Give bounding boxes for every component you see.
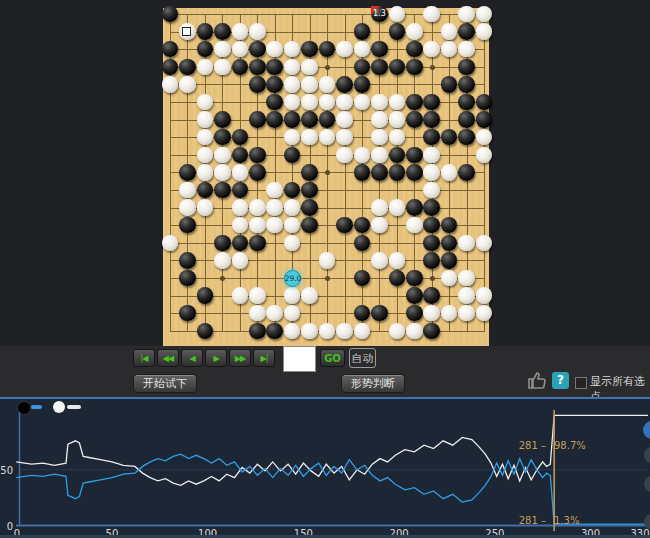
stone-white	[458, 270, 475, 287]
stone-white	[179, 199, 196, 216]
stone-black	[354, 164, 371, 181]
stone-white	[266, 305, 283, 322]
stone-black	[214, 235, 231, 252]
stone-white	[197, 164, 214, 181]
stone-white	[232, 252, 249, 269]
auto-button[interactable]: 自动	[349, 348, 376, 368]
stone-black	[301, 217, 318, 234]
stone-white	[319, 252, 336, 269]
stone-black	[423, 287, 440, 304]
stone-black	[301, 182, 318, 199]
stone-white	[371, 94, 388, 111]
stone-black	[197, 41, 214, 58]
stone-white	[197, 111, 214, 128]
stone-black	[458, 59, 475, 76]
stone-white	[476, 6, 493, 23]
stone-white	[284, 76, 301, 93]
stone-black	[423, 217, 440, 234]
stone-white	[389, 129, 406, 146]
white-winrate-value: 98.7%	[554, 440, 586, 451]
stone-white	[301, 59, 318, 76]
stone-black	[406, 111, 423, 128]
stone-white	[336, 147, 353, 164]
stone-black	[249, 147, 266, 164]
stone-white	[458, 6, 475, 23]
stone-white	[441, 23, 458, 40]
stone-white	[197, 199, 214, 216]
star-point	[325, 65, 330, 70]
star-point	[430, 65, 435, 70]
stone-black	[249, 323, 266, 340]
stone-black	[423, 199, 440, 216]
stone-black	[476, 111, 493, 128]
stone-white	[284, 59, 301, 76]
y-tick-label: 50	[0, 465, 13, 476]
thumbs-up-icon[interactable]	[526, 369, 548, 395]
stone-black	[406, 147, 423, 164]
stone-white	[284, 217, 301, 234]
stone-black	[441, 76, 458, 93]
stone-black	[266, 323, 283, 340]
stone-black	[354, 59, 371, 76]
stone-black	[458, 129, 475, 146]
playback-last-button[interactable]: ▶|	[253, 349, 275, 367]
stone-white	[284, 287, 301, 304]
stone-black	[354, 305, 371, 322]
stone-white	[232, 217, 249, 234]
playback-controls: |◀◀◀◀▶▶▶▶|	[133, 349, 275, 367]
stone-black	[476, 94, 493, 111]
stone-black	[179, 252, 196, 269]
stone-black	[423, 252, 440, 269]
stone-black	[389, 270, 406, 287]
stone-white	[336, 323, 353, 340]
control-strip: |◀◀◀◀▶▶▶▶| GO 自动 开始试下 形势判断 ? 显示所有选点	[0, 346, 650, 397]
stone-white	[197, 59, 214, 76]
stone-black	[284, 111, 301, 128]
stone-black	[406, 199, 423, 216]
grid-line	[345, 14, 346, 332]
stone-black	[232, 147, 249, 164]
stone-white	[179, 182, 196, 199]
stone-black	[301, 111, 318, 128]
stone-black	[389, 23, 406, 40]
stone-white	[371, 147, 388, 164]
stone-black	[389, 147, 406, 164]
stone-white	[406, 217, 423, 234]
stone-black	[197, 323, 214, 340]
stone-black	[371, 305, 388, 322]
stone-white	[232, 199, 249, 216]
stone-black	[458, 76, 475, 93]
stone-black	[406, 270, 423, 287]
stone-black	[406, 59, 423, 76]
stone-white	[266, 41, 283, 58]
stone-white	[301, 76, 318, 93]
stone-white	[389, 199, 406, 216]
stone-black	[441, 129, 458, 146]
stone-white	[371, 252, 388, 269]
stone-black	[371, 59, 388, 76]
stone-white	[371, 129, 388, 146]
stone-black	[389, 164, 406, 181]
stone-white	[441, 41, 458, 58]
stone-white	[476, 235, 493, 252]
move-number-input[interactable]	[283, 346, 316, 372]
stone-black	[441, 252, 458, 269]
stone-white	[197, 94, 214, 111]
stone-white	[284, 305, 301, 322]
stone-black	[406, 94, 423, 111]
move-number-label-top: 281 –	[519, 440, 546, 451]
stone-black	[458, 23, 475, 40]
stone-white	[336, 94, 353, 111]
star-point	[430, 276, 435, 281]
stone-white	[423, 164, 440, 181]
stone-black	[441, 217, 458, 234]
stone-white	[336, 129, 353, 146]
stone-white	[266, 199, 283, 216]
stone-white	[371, 199, 388, 216]
stone-white	[284, 94, 301, 111]
stone-black	[179, 59, 196, 76]
playback-fast-forward-button[interactable]: ▶▶	[229, 349, 251, 367]
stone-white	[354, 41, 371, 58]
move-number-label-bottom: 281 –	[519, 515, 546, 526]
black-winrate-line	[16, 454, 648, 524]
stone-white	[301, 94, 318, 111]
stone-black	[354, 217, 371, 234]
stone-white	[441, 270, 458, 287]
black-winrate-value: 1.3%	[554, 515, 579, 526]
stone-white	[214, 147, 231, 164]
stone-white	[336, 111, 353, 128]
stone-white	[458, 287, 475, 304]
stone-white	[476, 147, 493, 164]
stone-white	[476, 305, 493, 322]
stone-white	[319, 323, 336, 340]
stone-black	[336, 76, 353, 93]
stone-black	[371, 164, 388, 181]
stone-white	[423, 182, 440, 199]
stone-white	[301, 287, 318, 304]
stone-white	[214, 164, 231, 181]
stone-white	[423, 147, 440, 164]
stone-black	[336, 217, 353, 234]
playback-back-button[interactable]: ◀	[181, 349, 203, 367]
stone-black	[423, 94, 440, 111]
stone-white	[336, 41, 353, 58]
stone-white	[476, 129, 493, 146]
stone-black	[162, 41, 179, 58]
stone-black	[179, 270, 196, 287]
stone-black	[249, 235, 266, 252]
stone-black	[162, 6, 179, 23]
stone-white	[476, 287, 493, 304]
help-question-button[interactable]: ?	[552, 372, 569, 389]
stone-black	[301, 41, 318, 58]
star-point	[325, 170, 330, 175]
stone-white	[214, 59, 231, 76]
grid-line	[484, 14, 485, 332]
star-point	[325, 276, 330, 281]
stone-black	[249, 76, 266, 93]
winrate-chart[interactable]: 281 –98.7%281 –1.3%050050100150200250300…	[0, 399, 650, 538]
stone-black	[406, 164, 423, 181]
stone-white	[458, 235, 475, 252]
stone-white	[284, 41, 301, 58]
stone-white	[389, 252, 406, 269]
stone-black	[319, 111, 336, 128]
stone-black	[406, 305, 423, 322]
stone-black	[266, 76, 283, 93]
star-point	[220, 276, 225, 281]
stone-black	[266, 59, 283, 76]
stone-black	[423, 129, 440, 146]
stone-white	[406, 323, 423, 340]
stone-black	[301, 199, 318, 216]
stone-black	[354, 235, 371, 252]
stone-white	[389, 94, 406, 111]
stone-white	[319, 76, 336, 93]
stone-white	[284, 323, 301, 340]
stone-black	[249, 41, 266, 58]
stone-black	[249, 164, 266, 181]
stone-white	[389, 111, 406, 128]
stone-black	[162, 59, 179, 76]
stone-black	[214, 182, 231, 199]
stone-white	[319, 129, 336, 146]
stone-black	[301, 164, 318, 181]
stone-white	[389, 323, 406, 340]
stone-black	[371, 41, 388, 58]
stone-white	[232, 23, 249, 40]
stone-white	[354, 323, 371, 340]
stone-white	[284, 199, 301, 216]
stone-black	[354, 23, 371, 40]
stone-black	[389, 59, 406, 76]
stone-white	[389, 6, 406, 23]
last-move-value-label: 1.3	[371, 6, 388, 23]
stone-black	[458, 94, 475, 111]
stone-black	[197, 182, 214, 199]
y-tick-label: 0	[7, 521, 13, 532]
stone-white	[249, 199, 266, 216]
stone-black	[232, 129, 249, 146]
stone-white	[179, 76, 196, 93]
stone-black	[214, 23, 231, 40]
stone-white	[249, 305, 266, 322]
square-marker	[182, 27, 191, 36]
stone-white	[197, 129, 214, 146]
stone-black	[284, 182, 301, 199]
stone-black	[197, 23, 214, 40]
stone-black	[423, 111, 440, 128]
stone-white	[197, 147, 214, 164]
stone-white	[319, 94, 336, 111]
winrate-graph-panel: 281 –98.7%281 –1.3%050050100150200250300…	[0, 397, 650, 538]
stone-white	[162, 76, 179, 93]
stone-white	[301, 129, 318, 146]
playback-fast-back-button[interactable]: ◀◀	[157, 349, 179, 367]
stone-white	[214, 252, 231, 269]
stone-black	[249, 111, 266, 128]
go-board[interactable]: 1.329.0	[163, 8, 489, 346]
stone-white	[266, 182, 283, 199]
stone-white	[423, 41, 440, 58]
stone-white	[458, 41, 475, 58]
stone-black	[458, 164, 475, 181]
stone-white	[284, 235, 301, 252]
stone-white	[354, 94, 371, 111]
stone-white	[371, 111, 388, 128]
stone-white	[249, 287, 266, 304]
stone-black	[249, 59, 266, 76]
stone-black	[406, 287, 423, 304]
stone-black	[197, 287, 214, 304]
stone-black	[214, 129, 231, 146]
stone-white	[354, 147, 371, 164]
stone-white	[284, 129, 301, 146]
stone-black	[214, 111, 231, 128]
stone-black	[354, 270, 371, 287]
stone-white	[249, 23, 266, 40]
position-judge-button[interactable]: 形势判断	[341, 374, 405, 393]
stone-black	[458, 111, 475, 128]
stone-white	[232, 287, 249, 304]
stone-white	[458, 305, 475, 322]
show-all-checkbox[interactable]	[575, 377, 587, 389]
go-button[interactable]: GO	[320, 349, 345, 367]
playback-play-button[interactable]: ▶	[205, 349, 227, 367]
stone-white	[301, 323, 318, 340]
stone-black	[232, 59, 249, 76]
stone-white	[249, 217, 266, 234]
stone-black	[232, 182, 249, 199]
stone-white	[266, 217, 283, 234]
stone-white	[423, 6, 440, 23]
go-analysis-app: 1.329.0 |◀◀◀◀▶▶▶▶| GO 自动 开始试下 形势判断 ? 显示所…	[0, 0, 650, 538]
stone-black	[406, 41, 423, 58]
stone-white	[232, 41, 249, 58]
stone-black	[354, 76, 371, 93]
stone-white	[441, 305, 458, 322]
stone-black	[423, 323, 440, 340]
stone-black	[232, 235, 249, 252]
stone-white	[423, 305, 440, 322]
stone-white	[214, 41, 231, 58]
stone-black	[266, 111, 283, 128]
stone-white	[232, 164, 249, 181]
stone-black	[284, 147, 301, 164]
stone-black	[179, 305, 196, 322]
stone-black	[179, 217, 196, 234]
stone-black	[179, 164, 196, 181]
stone-white	[162, 235, 179, 252]
stone-white	[371, 217, 388, 234]
stone-white	[441, 164, 458, 181]
stone-white	[406, 23, 423, 40]
stone-black	[319, 41, 336, 58]
stone-black	[423, 235, 440, 252]
stone-black	[266, 94, 283, 111]
start-trial-button[interactable]: 开始试下	[133, 374, 197, 393]
stone-white	[476, 23, 493, 40]
playback-first-button[interactable]: |◀	[133, 349, 155, 367]
stone-black	[441, 235, 458, 252]
ai-suggestion-point[interactable]: 29.0	[284, 270, 301, 287]
